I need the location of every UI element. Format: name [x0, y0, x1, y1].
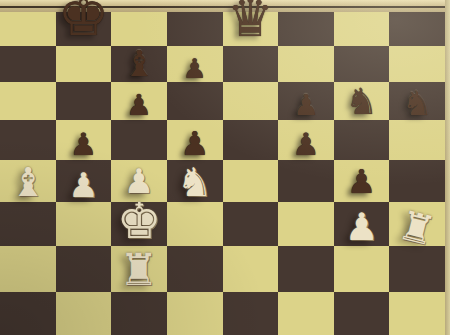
square-e8: ♛	[223, 12, 279, 46]
square-e5	[223, 120, 279, 160]
square-f7	[278, 46, 334, 82]
square-e4	[223, 160, 279, 202]
square-d1	[167, 292, 223, 335]
square-b4: ♟	[56, 160, 112, 202]
black-pawn-d5: ♟	[180, 127, 210, 160]
black-pawn-c6: ♟	[126, 91, 152, 120]
square-d4: ♞	[167, 160, 223, 202]
square-b7	[56, 46, 112, 82]
square-a4: ♝	[0, 160, 56, 202]
black-knight-h6: ♞	[402, 86, 432, 120]
white-rook-h3: ♜	[395, 204, 439, 251]
square-g7	[334, 46, 390, 82]
black-pawn-g4: ♟	[347, 165, 377, 198]
square-g4: ♟	[334, 160, 390, 202]
white-pawn-c4: ♟	[124, 164, 154, 198]
square-c7: ♝	[111, 46, 167, 82]
square-a3	[0, 202, 56, 246]
square-d6	[167, 82, 223, 120]
square-e6	[223, 82, 279, 120]
black-pawn-b5: ♟	[70, 129, 98, 160]
square-c3: ♚	[111, 202, 167, 246]
square-c2: ♜	[111, 246, 167, 292]
board-edge-right	[445, 0, 450, 335]
square-d3	[167, 202, 223, 246]
square-b8: ♚	[56, 12, 112, 46]
square-a6	[0, 82, 56, 120]
black-pawn-d7: ♟	[183, 55, 207, 82]
square-d8	[167, 12, 223, 46]
black-bishop-c7: ♝	[123, 46, 155, 82]
square-a5	[0, 120, 56, 160]
square-h4	[389, 160, 445, 202]
square-f6: ♟	[278, 82, 334, 120]
square-g8	[334, 12, 390, 46]
board-hinge-line	[0, 6, 450, 8]
square-g6: ♞	[334, 82, 390, 120]
white-king-c3: ♚	[117, 196, 162, 246]
square-g2	[334, 246, 390, 292]
board-frame-top	[0, 0, 450, 12]
square-f8	[278, 12, 334, 46]
square-c8	[111, 12, 167, 46]
square-g5	[334, 120, 390, 160]
square-g1	[334, 292, 390, 335]
chessboard-photo: ♚♛♝♟♟♟♞♞♟♟♟♝♟♟♞♟♚♟♜♜	[0, 0, 450, 335]
square-b6	[56, 82, 112, 120]
square-h8	[389, 12, 445, 46]
black-knight-g6: ♞	[345, 84, 377, 120]
square-h2	[389, 246, 445, 292]
white-pawn-g3: ♟	[345, 208, 379, 246]
square-f5: ♟	[278, 120, 334, 160]
square-h3: ♜	[389, 202, 445, 246]
square-c4: ♟	[111, 160, 167, 202]
square-f4	[278, 160, 334, 202]
white-knight-d4: ♞	[177, 162, 213, 202]
square-c1	[111, 292, 167, 335]
square-b5: ♟	[56, 120, 112, 160]
square-h5	[389, 120, 445, 160]
square-b2	[56, 246, 112, 292]
square-e2	[223, 246, 279, 292]
square-e7	[223, 46, 279, 82]
square-a8	[0, 12, 56, 46]
white-bishop-a4: ♝	[10, 162, 46, 202]
square-b3	[56, 202, 112, 246]
white-rook-c2: ♜	[119, 248, 158, 292]
square-d5: ♟	[167, 120, 223, 160]
square-f2	[278, 246, 334, 292]
square-e3	[223, 202, 279, 246]
square-h6: ♞	[389, 82, 445, 120]
square-e1	[223, 292, 279, 335]
square-f1	[278, 292, 334, 335]
square-d2	[167, 246, 223, 292]
black-pawn-f5: ♟	[292, 129, 320, 160]
chess-board: ♚♛♝♟♟♟♞♞♟♟♟♝♟♟♞♟♚♟♜♜	[0, 12, 445, 335]
square-b1	[56, 292, 112, 335]
square-f3	[278, 202, 334, 246]
white-pawn-b4: ♟	[68, 168, 98, 202]
square-g3: ♟	[334, 202, 390, 246]
square-c6: ♟	[111, 82, 167, 120]
square-d7: ♟	[167, 46, 223, 82]
square-h7	[389, 46, 445, 82]
square-c5	[111, 120, 167, 160]
square-h1	[389, 292, 445, 335]
black-pawn-f6: ♟	[293, 91, 319, 120]
square-a2	[0, 246, 56, 292]
square-a7	[0, 46, 56, 82]
square-a1	[0, 292, 56, 335]
